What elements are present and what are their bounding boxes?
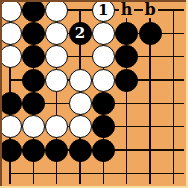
white-stone[interactable] bbox=[0, 45, 22, 68]
move-number-label: 1 bbox=[98, 3, 108, 18]
white-stone[interactable] bbox=[0, 0, 22, 22]
grid-line-horizontal bbox=[9, 173, 184, 175]
white-stone[interactable] bbox=[22, 115, 45, 138]
white-stone[interactable] bbox=[45, 22, 68, 45]
diagram-crop-edge-bottom bbox=[0, 186, 188, 188]
black-stone[interactable] bbox=[22, 139, 45, 162]
white-stone[interactable] bbox=[69, 92, 92, 115]
white-stone[interactable] bbox=[45, 115, 68, 138]
point-label-b[interactable]: b bbox=[143, 2, 158, 18]
black-stone[interactable] bbox=[22, 22, 45, 45]
black-stone[interactable] bbox=[92, 139, 115, 162]
white-stone-move-1[interactable]: 1 bbox=[92, 0, 115, 22]
white-stone[interactable] bbox=[0, 115, 22, 138]
black-stone[interactable] bbox=[22, 45, 45, 68]
grid-line-vertical bbox=[173, 9, 175, 184]
black-stone[interactable] bbox=[115, 45, 138, 68]
black-stone[interactable] bbox=[22, 69, 45, 92]
black-stone[interactable] bbox=[115, 69, 138, 92]
black-stone[interactable] bbox=[92, 115, 115, 138]
black-stone[interactable] bbox=[45, 139, 68, 162]
black-stone[interactable] bbox=[0, 92, 22, 115]
black-stone[interactable] bbox=[69, 139, 92, 162]
white-stone[interactable] bbox=[0, 22, 22, 45]
point-label-h[interactable]: h bbox=[119, 2, 134, 18]
black-stone[interactable] bbox=[115, 22, 138, 45]
black-stone[interactable] bbox=[22, 92, 45, 115]
white-stone[interactable] bbox=[92, 69, 115, 92]
board-edge-left bbox=[0, 0, 2, 188]
black-stone[interactable] bbox=[139, 22, 162, 45]
white-stone[interactable] bbox=[69, 115, 92, 138]
white-stone[interactable] bbox=[45, 0, 68, 22]
white-stone[interactable] bbox=[69, 69, 92, 92]
board-edge-top bbox=[0, 0, 188, 2]
black-stone[interactable] bbox=[92, 92, 115, 115]
white-stone[interactable] bbox=[45, 69, 68, 92]
diagram-crop-edge-right bbox=[186, 0, 188, 188]
go-diagram: 12hb bbox=[0, 0, 188, 188]
white-stone[interactable] bbox=[92, 45, 115, 68]
black-stone[interactable] bbox=[22, 0, 45, 22]
white-stone[interactable] bbox=[45, 45, 68, 68]
move-number-label: 2 bbox=[75, 26, 85, 41]
black-stone-move-2[interactable]: 2 bbox=[69, 22, 92, 45]
black-stone[interactable] bbox=[0, 139, 22, 162]
white-stone[interactable] bbox=[92, 22, 115, 45]
